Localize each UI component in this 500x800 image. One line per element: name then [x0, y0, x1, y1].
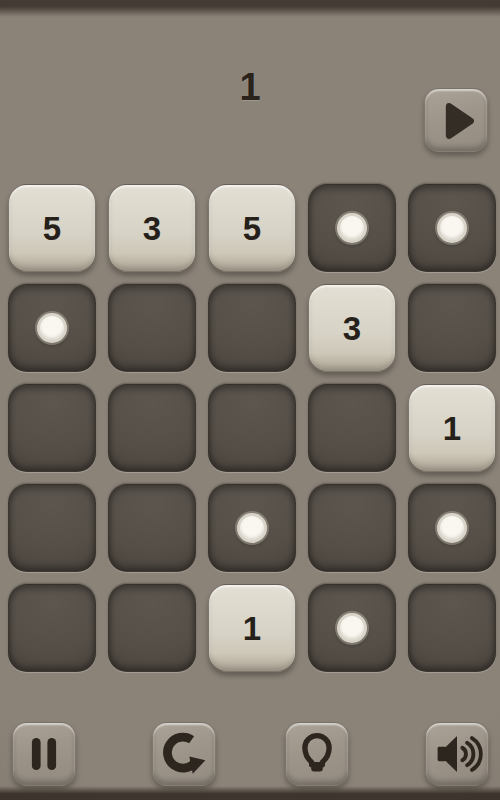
cell-number: 5 — [243, 212, 261, 245]
board-cell[interactable] — [408, 284, 496, 372]
lightbulb-icon — [286, 722, 348, 786]
board-cell[interactable] — [308, 184, 396, 272]
puzzle-board: 535311 — [8, 184, 496, 672]
game-screen: 1 535311 — [0, 0, 500, 800]
cell-dot — [337, 613, 367, 643]
board-cell[interactable] — [208, 484, 296, 572]
cell-number: 1 — [443, 412, 461, 445]
board-cell[interactable] — [8, 284, 96, 372]
board-cell[interactable]: 1 — [208, 584, 296, 672]
board-cell[interactable]: 3 — [108, 184, 196, 272]
board-cell[interactable] — [208, 284, 296, 372]
cell-number: 3 — [143, 212, 161, 245]
cell-number: 3 — [343, 312, 361, 345]
board-cell[interactable] — [408, 184, 496, 272]
cell-number: 1 — [243, 612, 261, 645]
board-cell[interactable] — [408, 584, 496, 672]
board-cell[interactable]: 3 — [308, 284, 396, 372]
cell-dot — [37, 313, 67, 343]
sound-button[interactable] — [425, 722, 489, 786]
board-cell[interactable] — [208, 384, 296, 472]
board-cell[interactable] — [308, 484, 396, 572]
board-cell[interactable] — [408, 484, 496, 572]
board-cell[interactable] — [108, 284, 196, 372]
board-cell[interactable] — [308, 584, 396, 672]
board-cell[interactable]: 1 — [408, 384, 496, 472]
pause-button[interactable] — [12, 722, 76, 786]
board-cell[interactable] — [108, 584, 196, 672]
cell-dot — [237, 513, 267, 543]
board-cell[interactable] — [308, 384, 396, 472]
board-cell[interactable] — [108, 384, 196, 472]
board-cell[interactable] — [8, 384, 96, 472]
cell-dot — [437, 213, 467, 243]
bottom-edge-strip — [0, 786, 500, 800]
board-cell[interactable] — [108, 484, 196, 572]
board-cell[interactable]: 5 — [208, 184, 296, 272]
cell-dot — [437, 513, 467, 543]
pause-icon — [13, 722, 75, 786]
speaker-icon — [426, 722, 488, 786]
restart-button[interactable] — [152, 722, 216, 786]
cell-number: 5 — [43, 212, 61, 245]
top-edge-strip — [0, 0, 500, 17]
play-button[interactable] — [424, 88, 488, 152]
hint-button[interactable] — [285, 722, 349, 786]
board-cell[interactable]: 5 — [8, 184, 96, 272]
restart-icon — [153, 722, 215, 786]
play-icon — [425, 88, 487, 152]
board-cell[interactable] — [8, 584, 96, 672]
cell-dot — [337, 213, 367, 243]
board-cell[interactable] — [8, 484, 96, 572]
